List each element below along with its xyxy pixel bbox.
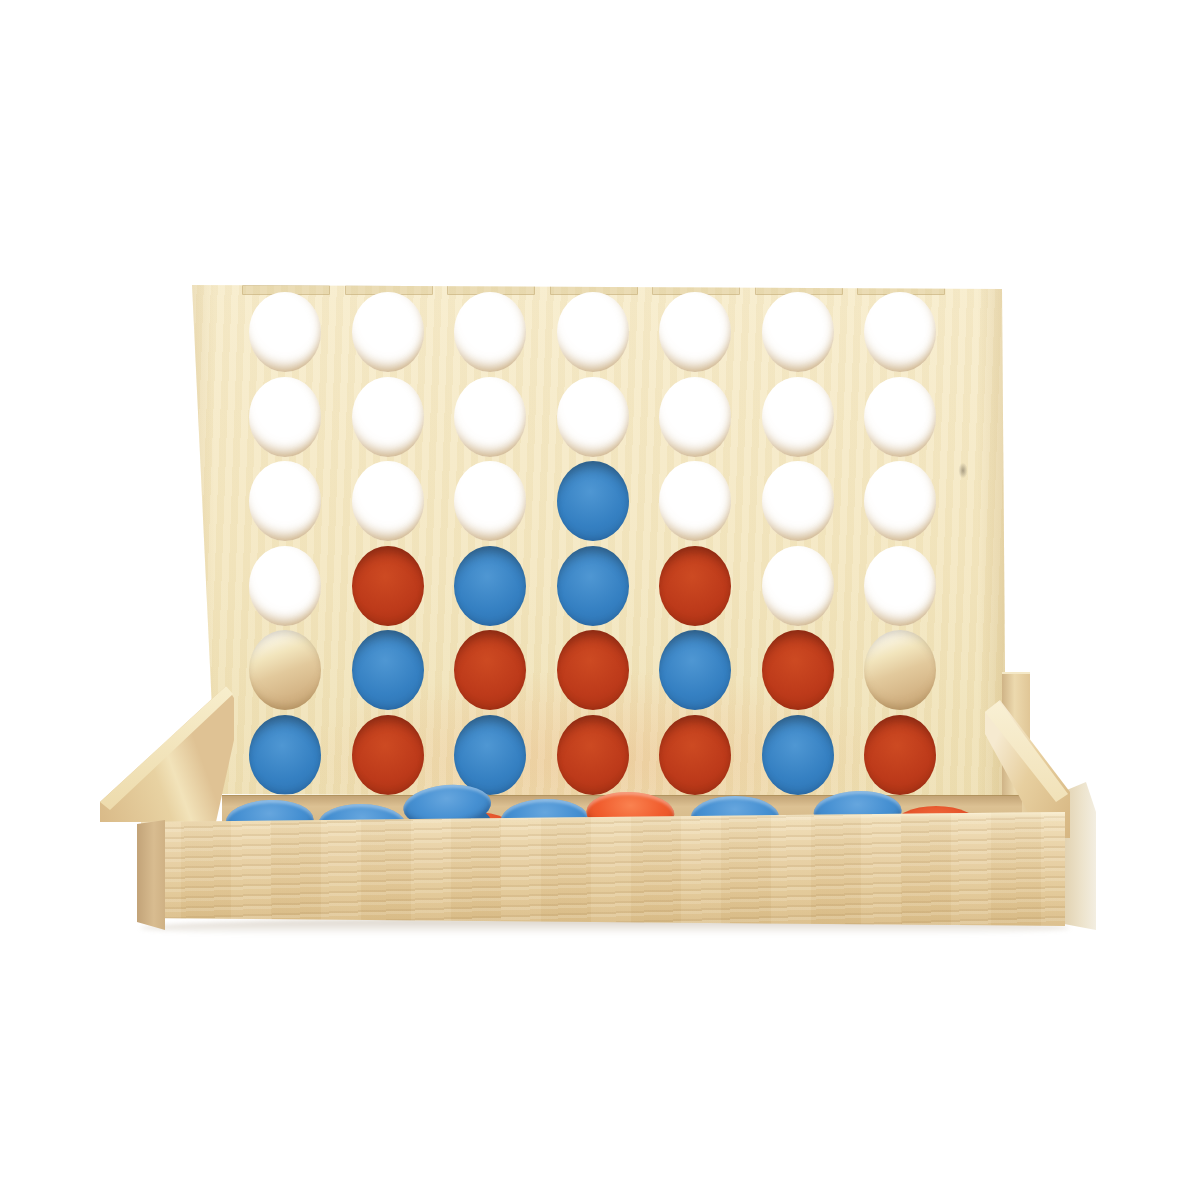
cell-r5c6-red[interactable] — [762, 630, 834, 710]
cell-r5c1-wood[interactable] — [249, 630, 321, 710]
cell-r6c5-red[interactable] — [659, 715, 731, 795]
cell-r1c5-empty[interactable] — [659, 292, 731, 372]
cell-r1c6-empty[interactable] — [762, 292, 834, 372]
cell-r3c2-empty[interactable] — [352, 461, 424, 541]
cell-r3c5-empty[interactable] — [659, 461, 731, 541]
cell-r1c2-empty[interactable] — [352, 292, 424, 372]
cell-r5c4-red[interactable] — [557, 630, 629, 710]
cell-r4c6-empty[interactable] — [762, 546, 834, 626]
cell-r4c2-red[interactable] — [352, 546, 424, 626]
game-board — [190, 280, 1006, 798]
cell-r3c1-empty[interactable] — [249, 461, 321, 541]
cell-r4c3-blue[interactable] — [454, 546, 526, 626]
cell-r1c7-empty[interactable] — [864, 292, 936, 372]
cell-r6c1-blue[interactable] — [249, 715, 321, 795]
cell-r4c4-blue[interactable] — [557, 546, 629, 626]
cell-r5c3-red[interactable] — [454, 630, 526, 710]
cell-r6c2-red[interactable] — [352, 715, 424, 795]
cell-r5c7-wood[interactable] — [864, 630, 936, 710]
tray-front-panel — [141, 810, 1065, 928]
cell-r4c5-red[interactable] — [659, 546, 731, 626]
cell-r3c7-empty[interactable] — [864, 461, 936, 541]
cell-r1c1-empty[interactable] — [249, 292, 321, 372]
cell-r2c6-empty[interactable] — [762, 377, 834, 457]
cell-r2c4-empty[interactable] — [557, 377, 629, 457]
cell-r6c6-blue[interactable] — [762, 715, 834, 795]
cell-r3c6-empty[interactable] — [762, 461, 834, 541]
cell-r4c7-empty[interactable] — [864, 546, 936, 626]
cell-r2c5-empty[interactable] — [659, 377, 731, 457]
cell-r1c3-empty[interactable] — [454, 292, 526, 372]
cell-r2c7-empty[interactable] — [864, 377, 936, 457]
cell-r2c1-empty[interactable] — [249, 377, 321, 457]
cell-r5c5-blue[interactable] — [659, 630, 731, 710]
cell-r6c7-red[interactable] — [864, 715, 936, 795]
cell-r5c2-blue[interactable] — [352, 630, 424, 710]
connect-four-product-photo — [0, 0, 1200, 1200]
cell-r3c3-empty[interactable] — [454, 461, 526, 541]
cell-r1c4-empty[interactable] — [557, 292, 629, 372]
cell-r3c4-blue[interactable] — [557, 461, 629, 541]
tray-left-side-face — [137, 818, 165, 930]
cell-r4c1-empty[interactable] — [249, 546, 321, 626]
cell-r2c3-empty[interactable] — [454, 377, 526, 457]
cell-r6c4-red[interactable] — [557, 715, 629, 795]
cell-r2c2-empty[interactable] — [352, 377, 424, 457]
wood-blemish — [958, 462, 968, 479]
